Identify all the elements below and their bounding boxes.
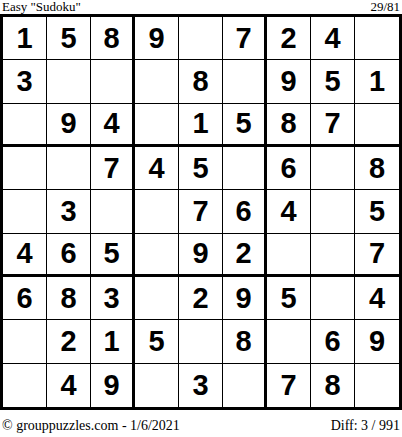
cell-r3c2[interactable]: 9 <box>47 104 91 147</box>
cell-r4c7[interactable]: 6 <box>267 147 311 190</box>
cell-r8c9[interactable]: 9 <box>355 320 399 363</box>
cell-r6c7[interactable] <box>267 234 311 277</box>
header: Easy "Sudoku" 29/81 <box>0 0 402 14</box>
cell-r4c8[interactable] <box>311 147 355 190</box>
cell-r1c5[interactable] <box>179 17 223 60</box>
sudoku-page: Easy "Sudoku" 29/81 15897243895194158774… <box>0 0 402 437</box>
cell-r6c5[interactable]: 9 <box>179 234 223 277</box>
cell-r6c1[interactable]: 4 <box>3 234 47 277</box>
cell-r8c8[interactable]: 6 <box>311 320 355 363</box>
cell-r1c6[interactable]: 7 <box>223 17 267 60</box>
cell-r5c3[interactable] <box>91 190 135 233</box>
cell-r7c2[interactable]: 8 <box>47 277 91 320</box>
cell-r2c3[interactable] <box>91 60 135 103</box>
cell-r9c4[interactable] <box>135 364 179 407</box>
cell-r1c7[interactable]: 2 <box>267 17 311 60</box>
copyright-text: © grouppuzzles.com - 1/6/2021 <box>2 419 180 433</box>
cell-r8c2[interactable]: 2 <box>47 320 91 363</box>
cell-r7c5[interactable]: 2 <box>179 277 223 320</box>
cell-r2c1[interactable]: 3 <box>3 60 47 103</box>
cell-r9c5[interactable]: 3 <box>179 364 223 407</box>
cell-r6c6[interactable]: 2 <box>223 234 267 277</box>
difficulty-text: Diff: 3 / 991 <box>331 419 400 433</box>
cell-r6c2[interactable]: 6 <box>47 234 91 277</box>
cell-r2c2[interactable] <box>47 60 91 103</box>
cell-r8c6[interactable]: 8 <box>223 320 267 363</box>
cell-r1c8[interactable]: 4 <box>311 17 355 60</box>
cell-r1c2[interactable]: 5 <box>47 17 91 60</box>
cell-r7c3[interactable]: 3 <box>91 277 135 320</box>
cell-r3c5[interactable]: 1 <box>179 104 223 147</box>
cell-r4c6[interactable] <box>223 147 267 190</box>
cell-r1c1[interactable]: 1 <box>3 17 47 60</box>
cell-r7c1[interactable]: 6 <box>3 277 47 320</box>
sudoku-board: 1589724389519415877456837645465927683295… <box>0 14 402 410</box>
cell-r3c1[interactable] <box>3 104 47 147</box>
cell-r3c7[interactable]: 8 <box>267 104 311 147</box>
cell-r9c8[interactable]: 8 <box>311 364 355 407</box>
cell-r6c9[interactable]: 7 <box>355 234 399 277</box>
cell-r6c3[interactable]: 5 <box>91 234 135 277</box>
cell-r2c6[interactable] <box>223 60 267 103</box>
cell-r6c8[interactable] <box>311 234 355 277</box>
puzzle-title: Easy "Sudoku" <box>2 0 81 13</box>
cell-r9c2[interactable]: 4 <box>47 364 91 407</box>
cell-r2c5[interactable]: 8 <box>179 60 223 103</box>
cell-r5c2[interactable]: 3 <box>47 190 91 233</box>
cell-r2c4[interactable] <box>135 60 179 103</box>
cell-r8c1[interactable] <box>3 320 47 363</box>
cell-r5c6[interactable]: 6 <box>223 190 267 233</box>
cell-r5c8[interactable] <box>311 190 355 233</box>
cell-r1c3[interactable]: 8 <box>91 17 135 60</box>
cell-r3c8[interactable]: 7 <box>311 104 355 147</box>
cell-r3c6[interactable]: 5 <box>223 104 267 147</box>
cell-r9c6[interactable] <box>223 364 267 407</box>
cell-r8c4[interactable]: 5 <box>135 320 179 363</box>
cell-r5c7[interactable]: 4 <box>267 190 311 233</box>
cell-r6c4[interactable] <box>135 234 179 277</box>
cell-r3c9[interactable] <box>355 104 399 147</box>
cell-r9c9[interactable] <box>355 364 399 407</box>
cell-r1c4[interactable]: 9 <box>135 17 179 60</box>
cell-r4c1[interactable] <box>3 147 47 190</box>
cell-r2c8[interactable]: 5 <box>311 60 355 103</box>
cell-r4c2[interactable] <box>47 147 91 190</box>
cell-r4c9[interactable]: 8 <box>355 147 399 190</box>
cell-r5c4[interactable] <box>135 190 179 233</box>
cell-r3c4[interactable] <box>135 104 179 147</box>
cell-r7c9[interactable]: 4 <box>355 277 399 320</box>
cell-r8c7[interactable] <box>267 320 311 363</box>
cell-r5c9[interactable]: 5 <box>355 190 399 233</box>
cell-r5c5[interactable]: 7 <box>179 190 223 233</box>
remaining-counter: 29/81 <box>370 0 400 13</box>
cell-r8c3[interactable]: 1 <box>91 320 135 363</box>
cell-r3c3[interactable]: 4 <box>91 104 135 147</box>
cell-r9c1[interactable] <box>3 364 47 407</box>
cell-r2c9[interactable]: 1 <box>355 60 399 103</box>
cell-r4c5[interactable]: 5 <box>179 147 223 190</box>
cell-r8c5[interactable] <box>179 320 223 363</box>
cell-r2c7[interactable]: 9 <box>267 60 311 103</box>
cell-r7c6[interactable]: 9 <box>223 277 267 320</box>
cell-r5c1[interactable] <box>3 190 47 233</box>
cell-r4c3[interactable]: 7 <box>91 147 135 190</box>
cell-r1c9[interactable] <box>355 17 399 60</box>
cell-r4c4[interactable]: 4 <box>135 147 179 190</box>
cell-r9c7[interactable]: 7 <box>267 364 311 407</box>
cell-r7c8[interactable] <box>311 277 355 320</box>
cell-r7c7[interactable]: 5 <box>267 277 311 320</box>
footer: © grouppuzzles.com - 1/6/2021 Diff: 3 / … <box>0 410 402 437</box>
cell-r9c3[interactable]: 9 <box>91 364 135 407</box>
cell-r7c4[interactable] <box>135 277 179 320</box>
